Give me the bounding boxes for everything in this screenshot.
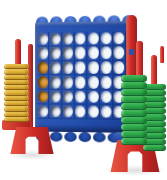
board-cell xyxy=(75,61,88,76)
board-hole xyxy=(88,32,99,44)
board-cell xyxy=(100,31,113,46)
yellow-disc xyxy=(4,90,29,95)
board-cell xyxy=(75,90,88,105)
front-green-disc-stack xyxy=(121,75,147,145)
board-hole xyxy=(38,76,48,88)
board-cell xyxy=(75,32,88,47)
board-cell xyxy=(62,46,75,61)
green-disc xyxy=(121,96,147,103)
yellow-disc xyxy=(4,106,29,111)
board-cell xyxy=(62,90,75,105)
green-disc xyxy=(121,131,147,138)
board-cell xyxy=(100,46,113,61)
board-cell xyxy=(49,61,62,76)
board-hole xyxy=(38,91,48,103)
board-hole xyxy=(101,61,112,73)
board-cell xyxy=(37,104,49,119)
board-hole xyxy=(88,61,99,73)
board-hole xyxy=(101,91,112,103)
green-disc xyxy=(121,138,147,145)
yellow-disc xyxy=(4,69,29,74)
board-grid xyxy=(37,31,126,120)
board-hole xyxy=(75,47,86,59)
board-hole xyxy=(38,47,48,59)
board-cell xyxy=(87,46,100,61)
board-hole xyxy=(101,32,112,45)
yellow-disc-stack xyxy=(4,64,29,122)
board-hole xyxy=(114,47,125,60)
green-disc xyxy=(121,124,147,131)
board-edge-bump xyxy=(79,132,91,142)
green-disc xyxy=(121,103,147,110)
board-hole xyxy=(75,76,86,88)
board-cell xyxy=(62,76,75,91)
post-clip-mark xyxy=(129,49,134,55)
board-hole xyxy=(63,62,73,74)
board-cell xyxy=(37,32,49,47)
board-hole xyxy=(101,47,112,59)
board-cell xyxy=(113,46,126,61)
board-cell xyxy=(113,61,126,76)
board-hole xyxy=(88,76,99,88)
board-hole xyxy=(75,62,86,74)
board-hole xyxy=(50,76,60,88)
board-cell xyxy=(62,61,75,76)
board-cell xyxy=(75,76,88,91)
board-cell xyxy=(37,76,49,91)
board-hole xyxy=(38,62,48,74)
board-cell xyxy=(87,31,100,46)
board-hole xyxy=(38,33,48,45)
board-cell xyxy=(87,105,100,120)
board-cell xyxy=(75,105,88,120)
board-hole xyxy=(88,47,99,59)
board-edge-bump xyxy=(50,132,62,142)
board-cell xyxy=(100,105,113,120)
board-hole xyxy=(75,91,86,103)
green-disc xyxy=(121,82,147,89)
board-cell xyxy=(87,90,100,105)
board-hole xyxy=(63,47,73,59)
board-hole xyxy=(63,76,73,88)
green-disc xyxy=(143,145,166,151)
green-disc xyxy=(121,110,147,117)
board-edge-bump xyxy=(93,132,106,142)
board-hole xyxy=(114,61,125,73)
board-hole xyxy=(88,91,99,103)
board-cell xyxy=(62,32,75,47)
giant-connect-four-product-photo xyxy=(0,0,167,180)
board-hole xyxy=(75,105,86,117)
green-disc xyxy=(121,75,147,82)
board-cell xyxy=(49,90,62,105)
board-hole xyxy=(38,105,48,117)
board-cell xyxy=(49,105,62,120)
board-hole xyxy=(114,32,125,45)
board-cell xyxy=(100,90,113,105)
board-cell xyxy=(87,75,100,90)
board-cell xyxy=(113,31,126,46)
board-hole xyxy=(63,91,73,103)
board-hole xyxy=(63,32,73,44)
board-cell xyxy=(37,61,49,75)
board-cell xyxy=(62,105,75,120)
board-cell xyxy=(100,61,113,76)
board-hole xyxy=(50,105,60,117)
board-hole xyxy=(50,91,60,103)
board-hole xyxy=(88,105,99,117)
board-cell xyxy=(37,47,49,62)
board-hole xyxy=(50,47,60,59)
rear-right-storage-peg-pole xyxy=(160,46,164,63)
board-hole xyxy=(63,105,73,117)
board-cell xyxy=(49,32,62,47)
green-disc xyxy=(121,117,147,124)
board-hole xyxy=(101,106,112,119)
board-cell xyxy=(49,76,62,91)
yellow-disc xyxy=(4,117,29,122)
board-cell xyxy=(37,90,49,105)
green-disc xyxy=(121,89,147,96)
board-edge-bump xyxy=(64,132,76,142)
board-cell xyxy=(100,75,113,90)
board-hole xyxy=(101,76,112,88)
back-right-storage-peg-pole xyxy=(151,55,157,86)
board-cell xyxy=(49,46,62,61)
board-hole xyxy=(50,62,60,74)
board-hole xyxy=(75,32,86,44)
board-cell xyxy=(87,61,100,76)
board-cell xyxy=(75,46,88,61)
front-right-storage-peg-pole xyxy=(136,41,143,77)
left-storage-peg-pole xyxy=(15,39,21,66)
board-hole xyxy=(50,33,60,45)
